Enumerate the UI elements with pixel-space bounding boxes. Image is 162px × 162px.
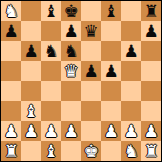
square-b6[interactable]: ♟ [21, 41, 41, 61]
piece-black-knight: ♞ [43, 41, 58, 61]
piece-black-pawn: ♟ [143, 21, 158, 41]
square-d4[interactable] [61, 81, 81, 101]
square-e7[interactable]: ♛ [81, 21, 101, 41]
square-e8[interactable] [81, 1, 101, 21]
piece-white-pawn: ♟ [123, 121, 138, 141]
square-f4[interactable] [101, 81, 121, 101]
square-g8[interactable] [121, 1, 141, 21]
piece-white-pawn: ♟ [63, 121, 78, 141]
square-g2[interactable]: ♟ [121, 121, 141, 141]
square-d5[interactable]: ♛ [61, 61, 81, 81]
square-c6[interactable]: ♞ [41, 41, 61, 61]
square-g4[interactable] [121, 81, 141, 101]
square-h4[interactable] [141, 81, 161, 101]
piece-white-bishop: ♝ [23, 101, 38, 121]
piece-black-pawn: ♟ [103, 61, 118, 81]
piece-black-queen: ♛ [83, 21, 98, 41]
square-d7[interactable]: ♟ [61, 21, 81, 41]
square-a3[interactable] [1, 101, 21, 121]
piece-black-pawn: ♟ [3, 21, 18, 41]
square-f3[interactable] [101, 101, 121, 121]
square-c5[interactable] [41, 61, 61, 81]
square-c8[interactable]: ♝ [41, 1, 61, 21]
piece-white-pawn: ♟ [43, 121, 58, 141]
square-e1[interactable]: ♚ [81, 141, 101, 161]
square-g7[interactable] [121, 21, 141, 41]
square-b8[interactable] [21, 1, 41, 21]
piece-white-knight: ♞ [3, 1, 18, 21]
piece-black-pawn: ♟ [23, 41, 38, 61]
piece-white-pawn: ♟ [103, 121, 118, 141]
square-h1[interactable]: ♜ [141, 141, 161, 161]
piece-black-king: ♚ [63, 1, 78, 21]
piece-black-pawn: ♟ [123, 41, 138, 61]
square-g5[interactable] [121, 61, 141, 81]
square-a1[interactable]: ♜ [1, 141, 21, 161]
square-e3[interactable] [81, 101, 101, 121]
square-f8[interactable]: ♝ [101, 1, 121, 21]
piece-white-knight: ♞ [123, 141, 138, 161]
piece-white-bishop: ♝ [43, 141, 58, 161]
piece-black-knight: ♞ [63, 41, 78, 61]
square-h5[interactable] [141, 61, 161, 81]
square-f5[interactable]: ♟ [101, 61, 121, 81]
square-g6[interactable]: ♟ [121, 41, 141, 61]
square-g1[interactable]: ♞ [121, 141, 141, 161]
piece-black-bishop: ♝ [103, 1, 118, 21]
piece-black-rook: ♜ [143, 1, 158, 21]
square-c1[interactable]: ♝ [41, 141, 61, 161]
square-b3[interactable]: ♝ [21, 101, 41, 121]
chess-board: ♞♝♚♝♜♟♟♛♟♟♞♞♟♛♟♟♝♟♟♟♟♟♟♟♜♝♚♞♜ [0, 0, 162, 162]
square-e6[interactable] [81, 41, 101, 61]
square-h6[interactable] [141, 41, 161, 61]
piece-black-pawn: ♟ [83, 61, 98, 81]
piece-white-rook: ♜ [3, 141, 18, 161]
square-c3[interactable] [41, 101, 61, 121]
square-h7[interactable]: ♟ [141, 21, 161, 41]
square-d6[interactable]: ♞ [61, 41, 81, 61]
square-a8[interactable]: ♞ [1, 1, 21, 21]
square-d8[interactable]: ♚ [61, 1, 81, 21]
piece-black-pawn: ♟ [63, 21, 78, 41]
square-f6[interactable] [101, 41, 121, 61]
square-d2[interactable]: ♟ [61, 121, 81, 141]
square-b4[interactable] [21, 81, 41, 101]
square-d1[interactable] [61, 141, 81, 161]
square-e5[interactable]: ♟ [81, 61, 101, 81]
square-a6[interactable] [1, 41, 21, 61]
square-c2[interactable]: ♟ [41, 121, 61, 141]
piece-white-king: ♚ [83, 141, 98, 161]
square-b2[interactable]: ♟ [21, 121, 41, 141]
square-h8[interactable]: ♜ [141, 1, 161, 21]
square-c7[interactable] [41, 21, 61, 41]
square-a7[interactable]: ♟ [1, 21, 21, 41]
square-b5[interactable] [21, 61, 41, 81]
square-a5[interactable] [1, 61, 21, 81]
piece-white-pawn: ♟ [143, 121, 158, 141]
square-a2[interactable]: ♟ [1, 121, 21, 141]
square-g3[interactable] [121, 101, 141, 121]
piece-white-pawn: ♟ [3, 121, 18, 141]
square-h3[interactable] [141, 101, 161, 121]
piece-black-bishop: ♝ [43, 1, 58, 21]
square-b1[interactable] [21, 141, 41, 161]
square-c4[interactable] [41, 81, 61, 101]
square-f1[interactable] [101, 141, 121, 161]
square-e4[interactable] [81, 81, 101, 101]
piece-white-pawn: ♟ [23, 121, 38, 141]
square-f2[interactable]: ♟ [101, 121, 121, 141]
square-b7[interactable] [21, 21, 41, 41]
square-f7[interactable] [101, 21, 121, 41]
square-d3[interactable] [61, 101, 81, 121]
square-e2[interactable] [81, 121, 101, 141]
piece-white-queen: ♛ [63, 61, 78, 81]
piece-white-rook: ♜ [143, 141, 158, 161]
square-a4[interactable] [1, 81, 21, 101]
square-h2[interactable]: ♟ [141, 121, 161, 141]
